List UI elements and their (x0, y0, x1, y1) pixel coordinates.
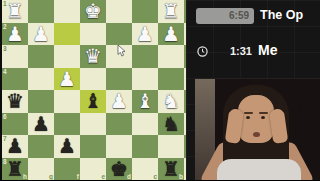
file-label-e: e (101, 173, 105, 180)
piece-white-bishop-c5[interactable]: ♝ (132, 89, 158, 113)
rank-label-1: 1 (3, 0, 7, 7)
square-b5[interactable]: ♞ (158, 90, 184, 113)
square-c4[interactable] (132, 68, 158, 91)
square-e4[interactable] (80, 68, 106, 91)
square-h1[interactable]: 1♜ (2, 0, 28, 23)
rank-label-7: 7 (3, 135, 7, 142)
square-g7[interactable] (28, 135, 54, 158)
square-g1[interactable] (28, 0, 54, 23)
square-b4[interactable] (158, 68, 184, 91)
file-label-d: d (127, 173, 131, 180)
square-d4[interactable] (106, 68, 132, 91)
square-h5[interactable]: ♛ (2, 90, 28, 113)
square-h4[interactable]: 4 (2, 68, 28, 91)
square-g3[interactable] (28, 45, 54, 68)
square-e6[interactable] (80, 113, 106, 136)
square-h6[interactable]: 6 (2, 113, 28, 136)
piece-white-pawn-c2[interactable]: ♟ (132, 22, 158, 46)
person-eyebrow (259, 112, 268, 114)
square-e3[interactable]: ♛ (80, 45, 106, 68)
square-g4[interactable] (28, 68, 54, 91)
square-b2[interactable]: ♟ (158, 23, 184, 46)
clock-icon (197, 46, 208, 57)
piece-black-queen-h5[interactable]: ♛ (2, 89, 28, 113)
square-h7[interactable]: 7♟ (2, 135, 28, 158)
square-f1[interactable] (54, 0, 80, 23)
square-g8[interactable]: g (28, 158, 54, 181)
square-b8[interactable]: b♜ (158, 158, 184, 181)
mouse-cursor (117, 45, 126, 57)
square-h3[interactable]: 3 (2, 45, 28, 68)
square-c7[interactable] (132, 135, 158, 158)
square-e2[interactable] (80, 23, 106, 46)
rank-label-3: 3 (3, 45, 7, 52)
square-f3[interactable] (54, 45, 80, 68)
opponent-clock[interactable]: 6:59 (196, 8, 254, 24)
square-g5[interactable] (28, 90, 54, 113)
square-f5[interactable] (54, 90, 80, 113)
piece-white-pawn-d5[interactable]: ♟ (106, 89, 132, 113)
piece-white-pawn-f4[interactable]: ♟ (54, 67, 80, 91)
square-c5[interactable]: ♝ (132, 90, 158, 113)
piece-black-pawn-f7[interactable]: ♟ (54, 134, 80, 158)
rank-label-8: 8 (3, 158, 7, 165)
rank-label-4: 4 (3, 68, 7, 75)
piece-white-queen-e3[interactable]: ♛ (80, 44, 106, 68)
person-eye (246, 116, 250, 119)
square-e8[interactable]: e (80, 158, 106, 181)
rank-label-2: 2 (3, 23, 7, 30)
square-c6[interactable] (132, 113, 158, 136)
square-c2[interactable]: ♟ (132, 23, 158, 46)
person-eyebrow (244, 112, 253, 114)
file-label-h: h (23, 173, 27, 180)
hair-part (298, 101, 300, 113)
square-c3[interactable] (132, 45, 158, 68)
person-face (238, 95, 274, 143)
rank-label-6: 6 (3, 113, 7, 120)
person-shirt (217, 159, 301, 180)
my-name[interactable]: Me (258, 42, 277, 58)
square-b7[interactable] (158, 135, 184, 158)
piece-black-pawn-g6[interactable]: ♟ (28, 112, 54, 136)
square-c1[interactable] (132, 0, 158, 23)
square-d6[interactable] (106, 113, 132, 136)
piece-white-pawn-g2[interactable]: ♟ (28, 22, 54, 46)
square-b3[interactable] (158, 45, 184, 68)
piece-black-bishop-e5[interactable]: ♝ (80, 89, 106, 113)
square-f7[interactable]: ♟ (54, 135, 80, 158)
square-h2[interactable]: 2♟ (2, 23, 28, 46)
file-label-c: c (153, 173, 157, 180)
file-label-b: b (179, 173, 183, 180)
opponent-name[interactable]: The Op (260, 8, 303, 22)
file-label-f: f (77, 173, 79, 180)
square-d1[interactable] (106, 0, 132, 23)
piece-white-rook-b1[interactable]: ♜ (158, 0, 184, 23)
video-frame: 1♜♚♜2♟♟♟♟3♛4♟♛♝♟♝♞6♟♞7♟♟8h♜gfed♚cb♜ 6:59… (0, 0, 320, 180)
piece-white-pawn-b2[interactable]: ♟ (158, 22, 184, 46)
square-d5[interactable]: ♟ (106, 90, 132, 113)
webcam-video (195, 78, 320, 180)
square-g2[interactable]: ♟ (28, 23, 54, 46)
square-f8[interactable]: f (54, 158, 80, 181)
square-e5[interactable]: ♝ (80, 90, 106, 113)
piece-white-knight-b5[interactable]: ♞ (158, 89, 184, 113)
square-b6[interactable]: ♞ (158, 113, 184, 136)
my-clock[interactable]: 1:31 (214, 45, 252, 57)
board-clip: 1♜♚♜2♟♟♟♟3♛4♟♛♝♟♝♞6♟♞7♟♟8h♜gfed♚cb♜ (2, 0, 186, 180)
square-f4[interactable]: ♟ (54, 68, 80, 91)
piece-white-king-e1[interactable]: ♚ (80, 0, 106, 23)
square-d2[interactable] (106, 23, 132, 46)
square-h8[interactable]: 8h♜ (2, 158, 28, 181)
piece-black-knight-b6[interactable]: ♞ (158, 112, 184, 136)
square-d8[interactable]: d♚ (106, 158, 132, 181)
person-mouth (253, 132, 260, 137)
square-e7[interactable] (80, 135, 106, 158)
file-label-g: g (49, 173, 53, 180)
square-f2[interactable] (54, 23, 80, 46)
chess-board[interactable]: 1♜♚♜2♟♟♟♟3♛4♟♛♝♟♝♞6♟♞7♟♟8h♜gfed♚cb♜ (2, 0, 186, 180)
person-eye (261, 116, 265, 119)
square-d7[interactable] (106, 135, 132, 158)
square-g6[interactable]: ♟ (28, 113, 54, 136)
square-e1[interactable]: ♚ (80, 0, 106, 23)
square-b1[interactable]: ♜ (158, 0, 184, 23)
square-c8[interactable]: c (132, 158, 158, 181)
square-f6[interactable] (54, 113, 80, 136)
